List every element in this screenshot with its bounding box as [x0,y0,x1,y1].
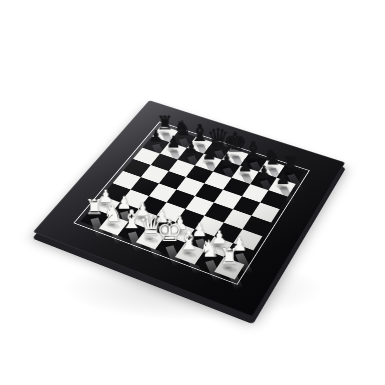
white-rook-icon: ♜ [208,246,251,269]
product-photo: ♜♞♝♛♚♝♞♜♟♟♟♟♟♟♟♟♟♟♟♟♟♟♟♟♜♞♝♛♚♝♞♜ [0,0,385,385]
black-pawn-icon: ♟ [263,170,303,187]
board-grid: ♜♞♝♛♚♝♞♜♟♟♟♟♟♟♟♟♟♟♟♟♟♟♟♟♜♞♝♛♚♝♞♜ [80,125,303,279]
chess-board: ♜♞♝♛♚♝♞♜♟♟♟♟♟♟♟♟♟♟♟♟♟♟♟♟♜♞♝♛♚♝♞♜ [33,100,345,317]
scene: ♜♞♝♛♚♝♞♜♟♟♟♟♟♟♟♟♟♟♟♟♟♟♟♟♜♞♝♛♚♝♞♜ [0,0,385,385]
